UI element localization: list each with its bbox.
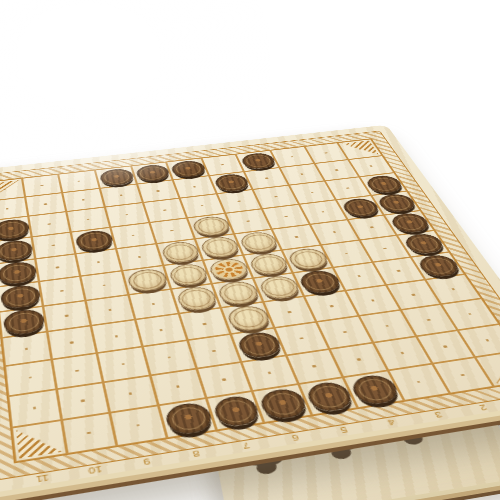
- king-sun-emblem: [213, 260, 245, 278]
- tray-cutout-6: [246, 451, 269, 467]
- tabletop-scene: KJIHGFEDCBA 1110987654321: [0, 0, 500, 500]
- attacker-piece-A8[interactable]: [163, 401, 214, 436]
- board-cell-A9[interactable]: [110, 406, 167, 446]
- board-cell-A11[interactable]: [12, 420, 67, 462]
- board-cell-A10[interactable]: [61, 413, 117, 454]
